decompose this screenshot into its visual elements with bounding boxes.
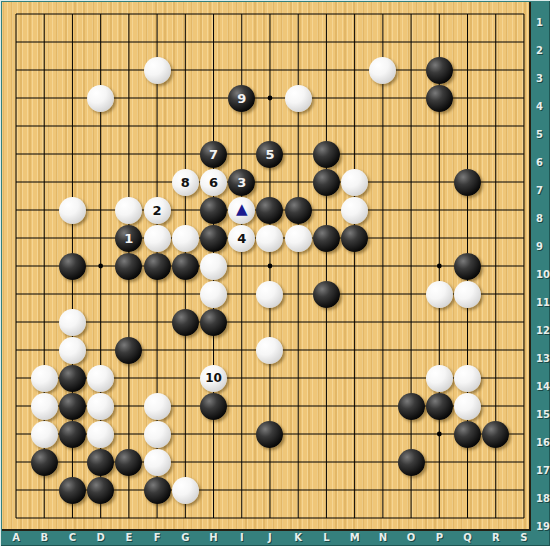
column-label-R: R bbox=[492, 532, 500, 543]
black-stone-F10[interactable] bbox=[144, 253, 171, 280]
white-stone-K4[interactable] bbox=[285, 85, 312, 112]
white-stone-B14[interactable] bbox=[31, 365, 58, 392]
row-label-14: 14 bbox=[536, 381, 550, 392]
black-stone-L7[interactable] bbox=[313, 169, 340, 196]
black-stone-O17[interactable] bbox=[398, 449, 425, 476]
row-label-15: 15 bbox=[536, 409, 550, 420]
black-stone-C14[interactable] bbox=[59, 365, 86, 392]
white-stone-B15[interactable] bbox=[31, 393, 58, 420]
column-label-E: E bbox=[125, 532, 132, 543]
white-stone-F16[interactable] bbox=[144, 421, 171, 448]
black-stone-G10[interactable] bbox=[172, 253, 199, 280]
row-label-10: 10 bbox=[536, 269, 550, 280]
white-stone-Q15[interactable] bbox=[454, 393, 481, 420]
column-label-S: S bbox=[520, 532, 527, 543]
white-stone-M8[interactable] bbox=[341, 197, 368, 224]
white-stone-I8[interactable]: ▲ bbox=[228, 197, 255, 224]
white-stone-K9[interactable] bbox=[285, 225, 312, 252]
white-stone-F15[interactable] bbox=[144, 393, 171, 420]
black-stone-H12[interactable] bbox=[200, 309, 227, 336]
row-label-9: 9 bbox=[536, 241, 543, 252]
black-stone-E9[interactable]: 1 bbox=[115, 225, 142, 252]
column-label-H: H bbox=[209, 532, 217, 543]
move-number-label: 10 bbox=[205, 372, 222, 384]
move-number-label: 7 bbox=[209, 148, 218, 161]
column-label-B: B bbox=[40, 532, 48, 543]
black-stone-K8[interactable] bbox=[285, 197, 312, 224]
white-stone-D16[interactable] bbox=[87, 421, 114, 448]
row-label-19: 19 bbox=[536, 521, 550, 532]
black-stone-P3[interactable] bbox=[426, 57, 453, 84]
black-stone-G12[interactable] bbox=[172, 309, 199, 336]
black-stone-Q16[interactable] bbox=[454, 421, 481, 448]
move-number-label: 9 bbox=[237, 92, 246, 105]
move-number-label: 5 bbox=[265, 148, 274, 161]
column-label-A: A bbox=[12, 532, 20, 543]
black-stone-P4[interactable] bbox=[426, 85, 453, 112]
column-label-N: N bbox=[379, 532, 387, 543]
black-stone-C18[interactable] bbox=[59, 477, 86, 504]
black-stone-O15[interactable] bbox=[398, 393, 425, 420]
row-label-5: 5 bbox=[536, 129, 543, 140]
black-stone-J6[interactable]: 5 bbox=[256, 141, 283, 168]
column-label-K: K bbox=[294, 532, 302, 543]
row-label-1: 1 bbox=[536, 17, 543, 28]
white-stone-G18[interactable] bbox=[172, 477, 199, 504]
black-stone-D17[interactable] bbox=[87, 449, 114, 476]
white-stone-D4[interactable] bbox=[87, 85, 114, 112]
column-label-J: J bbox=[268, 532, 272, 543]
black-stone-P15[interactable] bbox=[426, 393, 453, 420]
black-stone-L11[interactable] bbox=[313, 281, 340, 308]
move-number-label: 2 bbox=[153, 204, 162, 217]
black-stone-C10[interactable] bbox=[59, 253, 86, 280]
white-stone-C8[interactable] bbox=[59, 197, 86, 224]
row-label-8: 8 bbox=[536, 213, 543, 224]
white-stone-C12[interactable] bbox=[59, 309, 86, 336]
black-stone-R16[interactable] bbox=[482, 421, 509, 448]
white-stone-M7[interactable] bbox=[341, 169, 368, 196]
black-stone-I7[interactable]: 3 bbox=[228, 169, 255, 196]
triangle-marker-icon: ▲ bbox=[236, 202, 248, 217]
black-stone-L6[interactable] bbox=[313, 141, 340, 168]
row-label-2: 2 bbox=[536, 45, 543, 56]
white-stone-J13[interactable] bbox=[256, 337, 283, 364]
black-stone-C15[interactable] bbox=[59, 393, 86, 420]
black-stone-Q10[interactable] bbox=[454, 253, 481, 280]
column-label-D: D bbox=[97, 532, 105, 543]
black-stone-Q7[interactable] bbox=[454, 169, 481, 196]
white-stone-H11[interactable] bbox=[200, 281, 227, 308]
black-stone-E13[interactable] bbox=[115, 337, 142, 364]
white-stone-F8[interactable]: 2 bbox=[144, 197, 171, 224]
white-stone-B16[interactable] bbox=[31, 421, 58, 448]
black-stone-J8[interactable] bbox=[256, 197, 283, 224]
white-stone-F9[interactable] bbox=[144, 225, 171, 252]
white-stone-J9[interactable] bbox=[256, 225, 283, 252]
white-stone-P11[interactable] bbox=[426, 281, 453, 308]
white-stone-N3[interactable] bbox=[369, 57, 396, 84]
white-stone-J11[interactable] bbox=[256, 281, 283, 308]
black-stone-F18[interactable] bbox=[144, 477, 171, 504]
column-label-M: M bbox=[350, 532, 360, 543]
column-label-G: G bbox=[181, 532, 189, 543]
white-stone-F17[interactable] bbox=[144, 449, 171, 476]
black-stone-J16[interactable] bbox=[256, 421, 283, 448]
white-stone-Q11[interactable] bbox=[454, 281, 481, 308]
black-stone-L9[interactable] bbox=[313, 225, 340, 252]
row-label-3: 3 bbox=[536, 73, 543, 84]
black-stone-I4[interactable]: 9 bbox=[228, 85, 255, 112]
go-diagram-window: 9758632▲1410 ABCDEFGHIJKLMNOPQRS 1234567… bbox=[0, 0, 550, 546]
black-stone-H15[interactable] bbox=[200, 393, 227, 420]
row-label-13: 13 bbox=[536, 353, 550, 364]
white-stone-I9[interactable]: 4 bbox=[228, 225, 255, 252]
white-stone-G7[interactable]: 8 bbox=[172, 169, 199, 196]
row-label-4: 4 bbox=[536, 101, 543, 112]
white-stone-Q14[interactable] bbox=[454, 365, 481, 392]
white-stone-F3[interactable] bbox=[144, 57, 171, 84]
row-label-16: 16 bbox=[536, 437, 550, 448]
move-number-label: 1 bbox=[124, 232, 133, 245]
move-number-label: 6 bbox=[209, 176, 218, 189]
white-stone-E8[interactable] bbox=[115, 197, 142, 224]
row-label-6: 6 bbox=[536, 157, 543, 168]
white-stone-C13[interactable] bbox=[59, 337, 86, 364]
column-label-C: C bbox=[69, 532, 76, 543]
move-number-label: 3 bbox=[237, 176, 246, 189]
column-label-F: F bbox=[154, 532, 161, 543]
black-stone-H9[interactable] bbox=[200, 225, 227, 252]
white-stone-H10[interactable] bbox=[200, 253, 227, 280]
column-label-I: I bbox=[240, 532, 244, 543]
row-label-11: 11 bbox=[536, 297, 550, 308]
white-stone-D14[interactable] bbox=[87, 365, 114, 392]
move-number-label: 4 bbox=[237, 232, 246, 245]
go-board[interactable]: 9758632▲1410 bbox=[2, 2, 531, 531]
black-stone-M9[interactable] bbox=[341, 225, 368, 252]
move-number-label: 8 bbox=[181, 176, 190, 189]
black-stone-B17[interactable] bbox=[31, 449, 58, 476]
white-stone-D15[interactable] bbox=[87, 393, 114, 420]
row-label-12: 12 bbox=[536, 325, 550, 336]
black-stone-E17[interactable] bbox=[115, 449, 142, 476]
column-label-P: P bbox=[436, 532, 443, 543]
row-label-7: 7 bbox=[536, 185, 543, 196]
white-stone-G9[interactable] bbox=[172, 225, 199, 252]
black-stone-E10[interactable] bbox=[115, 253, 142, 280]
black-stone-H8[interactable] bbox=[200, 197, 227, 224]
white-stone-H14[interactable]: 10 bbox=[200, 365, 227, 392]
white-stone-P14[interactable] bbox=[426, 365, 453, 392]
column-label-O: O bbox=[407, 532, 416, 543]
column-label-L: L bbox=[323, 532, 329, 543]
white-stone-H7[interactable]: 6 bbox=[200, 169, 227, 196]
black-stone-C16[interactable] bbox=[59, 421, 86, 448]
column-label-Q: Q bbox=[463, 532, 472, 543]
black-stone-H6[interactable]: 7 bbox=[200, 141, 227, 168]
stone-layer: 9758632▲1410 bbox=[2, 0, 538, 532]
row-label-17: 17 bbox=[536, 465, 550, 476]
black-stone-D18[interactable] bbox=[87, 477, 114, 504]
row-label-18: 18 bbox=[536, 493, 550, 504]
